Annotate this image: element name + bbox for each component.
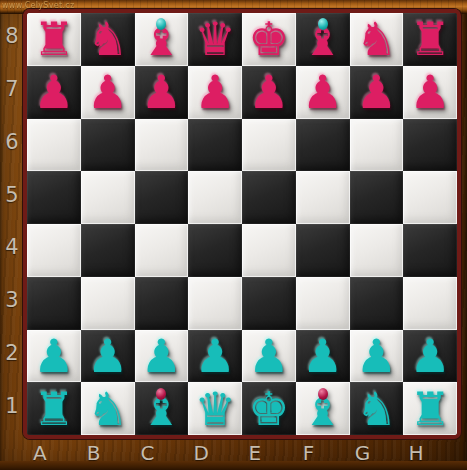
- file-label-D: D: [189, 441, 213, 465]
- square-d5[interactable]: [188, 171, 242, 224]
- square-c8[interactable]: ♝: [135, 13, 189, 66]
- square-h5[interactable]: [403, 171, 457, 224]
- piece-teal-queen[interactable]: ♛: [195, 383, 236, 435]
- square-e6[interactable]: [242, 119, 296, 172]
- square-h3[interactable]: [403, 277, 457, 330]
- file-label-B: B: [82, 441, 106, 465]
- square-g8[interactable]: ♞: [350, 13, 404, 66]
- rank-label-6: 6: [3, 130, 21, 154]
- square-g6[interactable]: [350, 119, 404, 172]
- square-a4[interactable]: [27, 224, 81, 277]
- piece-teal-bishop[interactable]: ♝: [302, 383, 343, 435]
- square-e8[interactable]: ♚: [242, 13, 296, 66]
- rank-label-7: 7: [3, 77, 21, 101]
- square-c5[interactable]: [135, 171, 189, 224]
- square-d3[interactable]: [188, 277, 242, 330]
- square-e1[interactable]: ♚: [242, 382, 296, 435]
- square-d1[interactable]: ♛: [188, 382, 242, 435]
- square-a7[interactable]: ♟: [27, 66, 81, 119]
- rank-label-1: 1: [3, 394, 21, 418]
- square-a5[interactable]: [27, 171, 81, 224]
- square-f5[interactable]: [296, 171, 350, 224]
- piece-magenta-pawn[interactable]: ♟: [248, 66, 289, 118]
- square-a6[interactable]: [27, 119, 81, 172]
- square-b6[interactable]: [81, 119, 135, 172]
- square-e5[interactable]: [242, 171, 296, 224]
- square-g7[interactable]: ♟: [350, 66, 404, 119]
- rank-label-3: 3: [3, 288, 21, 312]
- piece-teal-rook[interactable]: ♜: [33, 383, 74, 435]
- watermark-text: www.CelySvet.cz: [2, 1, 74, 10]
- chess-app-window: www.CelySvet.cz ♜♞♝♛♚♝♞♜♟♟♟♟♟♟♟♟♟♟♟♟♟♟♟♟…: [0, 0, 467, 470]
- rank-label-2: 2: [3, 341, 21, 365]
- rank-label-4: 4: [3, 235, 21, 259]
- piece-teal-pawn[interactable]: ♟: [141, 330, 182, 382]
- square-c3[interactable]: [135, 277, 189, 330]
- square-b5[interactable]: [81, 171, 135, 224]
- square-f6[interactable]: [296, 119, 350, 172]
- square-h1[interactable]: ♜: [403, 382, 457, 435]
- piece-magenta-rook[interactable]: ♜: [410, 13, 451, 65]
- square-e2[interactable]: ♟: [242, 330, 296, 383]
- piece-magenta-pawn[interactable]: ♟: [410, 66, 451, 118]
- square-f3[interactable]: [296, 277, 350, 330]
- square-b3[interactable]: [81, 277, 135, 330]
- bishop-knob-icon: [318, 388, 328, 400]
- square-a3[interactable]: [27, 277, 81, 330]
- piece-magenta-pawn[interactable]: ♟: [87, 66, 128, 118]
- square-b8[interactable]: ♞: [81, 13, 135, 66]
- piece-magenta-knight[interactable]: ♞: [356, 13, 397, 65]
- square-g3[interactable]: [350, 277, 404, 330]
- piece-magenta-pawn[interactable]: ♟: [356, 66, 397, 118]
- piece-magenta-pawn[interactable]: ♟: [302, 66, 343, 118]
- piece-teal-bishop[interactable]: ♝: [141, 383, 182, 435]
- piece-magenta-rook[interactable]: ♜: [33, 13, 74, 65]
- square-e4[interactable]: [242, 224, 296, 277]
- chess-board: ♜♞♝♛♚♝♞♜♟♟♟♟♟♟♟♟♟♟♟♟♟♟♟♟♜♞♝♛♚♝♞♜: [27, 13, 457, 435]
- rank-label-5: 5: [3, 183, 21, 207]
- piece-teal-pawn[interactable]: ♟: [248, 330, 289, 382]
- square-f8[interactable]: ♝: [296, 13, 350, 66]
- square-d7[interactable]: ♟: [188, 66, 242, 119]
- square-a8[interactable]: ♜: [27, 13, 81, 66]
- square-f1[interactable]: ♝: [296, 382, 350, 435]
- square-b1[interactable]: ♞: [81, 382, 135, 435]
- bishop-knob-icon: [156, 388, 166, 400]
- square-f2[interactable]: ♟: [296, 330, 350, 383]
- piece-magenta-pawn[interactable]: ♟: [141, 66, 182, 118]
- piece-teal-pawn[interactable]: ♟: [33, 330, 74, 382]
- piece-teal-pawn[interactable]: ♟: [356, 330, 397, 382]
- square-d6[interactable]: [188, 119, 242, 172]
- square-b2[interactable]: ♟: [81, 330, 135, 383]
- file-label-H: H: [404, 441, 428, 465]
- wood-frame-bottom: [0, 461, 467, 470]
- square-d8[interactable]: ♛: [188, 13, 242, 66]
- piece-magenta-bishop[interactable]: ♝: [141, 13, 182, 65]
- piece-magenta-king[interactable]: ♚: [248, 13, 289, 65]
- piece-magenta-pawn[interactable]: ♟: [33, 66, 74, 118]
- piece-teal-pawn[interactable]: ♟: [302, 330, 343, 382]
- square-h7[interactable]: ♟: [403, 66, 457, 119]
- square-c6[interactable]: [135, 119, 189, 172]
- piece-magenta-bishop[interactable]: ♝: [302, 13, 343, 65]
- bishop-knob-icon: [318, 18, 328, 30]
- square-h8[interactable]: ♜: [403, 13, 457, 66]
- square-c7[interactable]: ♟: [135, 66, 189, 119]
- piece-teal-knight[interactable]: ♞: [356, 383, 397, 435]
- square-g1[interactable]: ♞: [350, 382, 404, 435]
- square-c2[interactable]: ♟: [135, 330, 189, 383]
- square-f4[interactable]: [296, 224, 350, 277]
- piece-magenta-knight[interactable]: ♞: [87, 13, 128, 65]
- square-b7[interactable]: ♟: [81, 66, 135, 119]
- piece-teal-king[interactable]: ♚: [248, 383, 289, 435]
- piece-teal-pawn[interactable]: ♟: [87, 330, 128, 382]
- square-a2[interactable]: ♟: [27, 330, 81, 383]
- file-label-C: C: [135, 441, 159, 465]
- rank-label-8: 8: [3, 24, 21, 48]
- square-b4[interactable]: [81, 224, 135, 277]
- file-label-F: F: [297, 441, 321, 465]
- file-label-A: A: [28, 441, 52, 465]
- board-frame: ♜♞♝♛♚♝♞♜♟♟♟♟♟♟♟♟♟♟♟♟♟♟♟♟♜♞♝♛♚♝♞♜: [23, 9, 461, 439]
- piece-magenta-pawn[interactable]: ♟: [195, 66, 236, 118]
- square-g2[interactable]: ♟: [350, 330, 404, 383]
- piece-teal-knight[interactable]: ♞: [87, 383, 128, 435]
- square-c1[interactable]: ♝: [135, 382, 189, 435]
- square-e7[interactable]: ♟: [242, 66, 296, 119]
- square-c4[interactable]: [135, 224, 189, 277]
- square-f7[interactable]: ♟: [296, 66, 350, 119]
- piece-teal-pawn[interactable]: ♟: [195, 330, 236, 382]
- piece-teal-rook[interactable]: ♜: [410, 383, 451, 435]
- square-e3[interactable]: [242, 277, 296, 330]
- piece-teal-pawn[interactable]: ♟: [410, 330, 451, 382]
- piece-magenta-queen[interactable]: ♛: [195, 13, 236, 65]
- square-d4[interactable]: [188, 224, 242, 277]
- square-d2[interactable]: ♟: [188, 330, 242, 383]
- square-g5[interactable]: [350, 171, 404, 224]
- square-a1[interactable]: ♜: [27, 382, 81, 435]
- file-label-G: G: [350, 441, 374, 465]
- square-h6[interactable]: [403, 119, 457, 172]
- square-h4[interactable]: [403, 224, 457, 277]
- file-label-E: E: [243, 441, 267, 465]
- bishop-knob-icon: [156, 18, 166, 30]
- square-g4[interactable]: [350, 224, 404, 277]
- square-h2[interactable]: ♟: [403, 330, 457, 383]
